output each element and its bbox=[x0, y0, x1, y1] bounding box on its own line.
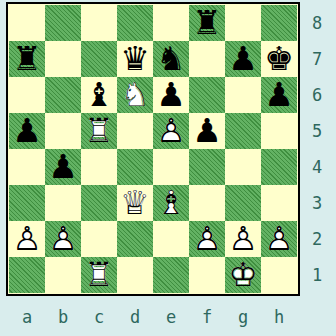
black-knight-glyph: ♞ bbox=[156, 41, 186, 77]
rank-label-6: 6 bbox=[300, 77, 334, 113]
black-rook-glyph: ♜ bbox=[12, 41, 42, 77]
white-pawn-outline: ♙ bbox=[264, 221, 294, 257]
file-label-b: b bbox=[45, 300, 81, 334]
square-c1[interactable]: ♜♖ bbox=[81, 257, 117, 293]
square-a5[interactable]: ♟ bbox=[9, 113, 45, 149]
square-f2[interactable]: ♟♙ bbox=[189, 221, 225, 257]
piece-black-knight-e7[interactable]: ♞ bbox=[153, 41, 189, 77]
square-g3[interactable] bbox=[225, 185, 261, 221]
square-a3[interactable] bbox=[9, 185, 45, 221]
piece-black-pawn-h6[interactable]: ♟ bbox=[261, 77, 297, 113]
piece-white-pawn-b2[interactable]: ♟♙ bbox=[45, 221, 81, 257]
file-label-a: a bbox=[9, 300, 45, 334]
rank-label-7: 7 bbox=[300, 41, 334, 77]
square-e4[interactable] bbox=[153, 149, 189, 185]
piece-white-queen-d3[interactable]: ♛♕ bbox=[117, 185, 153, 221]
square-e8[interactable] bbox=[153, 5, 189, 41]
piece-black-rook-f8[interactable]: ♜ bbox=[189, 5, 225, 41]
chess-board-frame: ♜♜♛♞♟♚♝♞♘♟♟♟♜♖♟♙♟♟♛♕♝♗♟♙♟♙♟♙♟♙♟♙♜♖♚♔ bbox=[6, 2, 300, 296]
piece-white-pawn-a2[interactable]: ♟♙ bbox=[9, 221, 45, 257]
rank-label-3: 3 bbox=[300, 185, 334, 221]
white-pawn-outline: ♙ bbox=[156, 113, 186, 149]
white-bishop-outline: ♗ bbox=[156, 185, 186, 221]
piece-black-king-h7[interactable]: ♚ bbox=[261, 41, 297, 77]
piece-white-pawn-h2[interactable]: ♟♙ bbox=[261, 221, 297, 257]
square-e6[interactable]: ♟ bbox=[153, 77, 189, 113]
black-pawn-glyph: ♟ bbox=[48, 149, 78, 185]
piece-black-queen-d7[interactable]: ♛ bbox=[117, 41, 153, 77]
file-label-e: e bbox=[153, 300, 189, 334]
rank-label-8: 8 bbox=[300, 5, 334, 41]
square-h1[interactable] bbox=[261, 257, 297, 293]
black-queen-glyph: ♛ bbox=[120, 41, 150, 77]
square-f7[interactable] bbox=[189, 41, 225, 77]
piece-white-pawn-g2[interactable]: ♟♙ bbox=[225, 221, 261, 257]
rank-label-4: 4 bbox=[300, 149, 334, 185]
square-h8[interactable] bbox=[261, 5, 297, 41]
white-queen-outline: ♕ bbox=[120, 185, 150, 221]
square-c7[interactable] bbox=[81, 41, 117, 77]
white-rook-outline: ♖ bbox=[84, 113, 114, 149]
white-pawn-outline: ♙ bbox=[48, 221, 78, 257]
square-d4[interactable] bbox=[117, 149, 153, 185]
square-f1[interactable] bbox=[189, 257, 225, 293]
square-b3[interactable] bbox=[45, 185, 81, 221]
file-labels: abcdefgh bbox=[9, 300, 297, 334]
square-b2[interactable]: ♟♙ bbox=[45, 221, 81, 257]
square-c4[interactable] bbox=[81, 149, 117, 185]
file-label-d: d bbox=[117, 300, 153, 334]
rank-label-1: 1 bbox=[300, 257, 334, 293]
square-g7[interactable]: ♟ bbox=[225, 41, 261, 77]
square-a1[interactable] bbox=[9, 257, 45, 293]
square-f5[interactable]: ♟ bbox=[189, 113, 225, 149]
piece-black-bishop-c6[interactable]: ♝ bbox=[81, 77, 117, 113]
square-a8[interactable] bbox=[9, 5, 45, 41]
white-knight-outline: ♘ bbox=[120, 77, 150, 113]
black-pawn-glyph: ♟ bbox=[12, 113, 42, 149]
square-d1[interactable] bbox=[117, 257, 153, 293]
square-h3[interactable] bbox=[261, 185, 297, 221]
square-h7[interactable]: ♚ bbox=[261, 41, 297, 77]
black-king-glyph: ♚ bbox=[264, 41, 294, 77]
square-a7[interactable]: ♜ bbox=[9, 41, 45, 77]
square-h2[interactable]: ♟♙ bbox=[261, 221, 297, 257]
square-c5[interactable]: ♜♖ bbox=[81, 113, 117, 149]
square-f8[interactable]: ♜ bbox=[189, 5, 225, 41]
square-b8[interactable] bbox=[45, 5, 81, 41]
rank-label-2: 2 bbox=[300, 221, 334, 257]
black-pawn-glyph: ♟ bbox=[228, 41, 258, 77]
black-rook-glyph: ♜ bbox=[192, 5, 222, 41]
square-d8[interactable] bbox=[117, 5, 153, 41]
piece-black-pawn-f5[interactable]: ♟ bbox=[189, 113, 225, 149]
square-e2[interactable] bbox=[153, 221, 189, 257]
square-d2[interactable] bbox=[117, 221, 153, 257]
piece-white-rook-c1[interactable]: ♜♖ bbox=[81, 257, 117, 293]
square-h6[interactable]: ♟ bbox=[261, 77, 297, 113]
piece-white-bishop-e3[interactable]: ♝♗ bbox=[153, 185, 189, 221]
square-a6[interactable] bbox=[9, 77, 45, 113]
rank-labels: 87654321 bbox=[300, 5, 334, 293]
square-b5[interactable] bbox=[45, 113, 81, 149]
piece-black-rook-a7[interactable]: ♜ bbox=[9, 41, 45, 77]
piece-white-knight-d6[interactable]: ♞♘ bbox=[117, 77, 153, 113]
square-g1[interactable]: ♚♔ bbox=[225, 257, 261, 293]
square-c6[interactable]: ♝ bbox=[81, 77, 117, 113]
square-c8[interactable] bbox=[81, 5, 117, 41]
square-b7[interactable] bbox=[45, 41, 81, 77]
square-g2[interactable]: ♟♙ bbox=[225, 221, 261, 257]
white-pawn-outline: ♙ bbox=[228, 221, 258, 257]
white-pawn-outline: ♙ bbox=[192, 221, 222, 257]
square-e1[interactable] bbox=[153, 257, 189, 293]
square-b4[interactable]: ♟ bbox=[45, 149, 81, 185]
piece-black-pawn-e6[interactable]: ♟ bbox=[153, 77, 189, 113]
square-g8[interactable] bbox=[225, 5, 261, 41]
square-b1[interactable] bbox=[45, 257, 81, 293]
square-h4[interactable] bbox=[261, 149, 297, 185]
square-f4[interactable] bbox=[189, 149, 225, 185]
square-g6[interactable] bbox=[225, 77, 261, 113]
square-f6[interactable] bbox=[189, 77, 225, 113]
square-d6[interactable]: ♞♘ bbox=[117, 77, 153, 113]
square-e3[interactable]: ♝♗ bbox=[153, 185, 189, 221]
square-d7[interactable]: ♛ bbox=[117, 41, 153, 77]
square-e7[interactable]: ♞ bbox=[153, 41, 189, 77]
square-g5[interactable] bbox=[225, 113, 261, 149]
square-f3[interactable] bbox=[189, 185, 225, 221]
square-d5[interactable] bbox=[117, 113, 153, 149]
square-d3[interactable]: ♛♕ bbox=[117, 185, 153, 221]
file-label-c: c bbox=[81, 300, 117, 334]
piece-black-pawn-b4[interactable]: ♟ bbox=[45, 149, 81, 185]
piece-white-king-g1[interactable]: ♚♔ bbox=[225, 257, 261, 293]
black-pawn-glyph: ♟ bbox=[264, 77, 294, 113]
square-c2[interactable] bbox=[81, 221, 117, 257]
piece-black-pawn-g7[interactable]: ♟ bbox=[225, 41, 261, 77]
piece-white-rook-c5[interactable]: ♜♖ bbox=[81, 113, 117, 149]
file-label-h: h bbox=[261, 300, 297, 334]
white-rook-outline: ♖ bbox=[84, 257, 114, 293]
white-king-outline: ♔ bbox=[228, 257, 258, 293]
square-h5[interactable] bbox=[261, 113, 297, 149]
black-pawn-glyph: ♟ bbox=[156, 77, 186, 113]
file-label-g: g bbox=[225, 300, 261, 334]
square-c3[interactable] bbox=[81, 185, 117, 221]
square-a4[interactable] bbox=[9, 149, 45, 185]
chess-board: ♜♜♛♞♟♚♝♞♘♟♟♟♜♖♟♙♟♟♛♕♝♗♟♙♟♙♟♙♟♙♟♙♜♖♚♔ bbox=[9, 5, 297, 293]
piece-black-pawn-a5[interactable]: ♟ bbox=[9, 113, 45, 149]
square-a2[interactable]: ♟♙ bbox=[9, 221, 45, 257]
white-pawn-outline: ♙ bbox=[12, 221, 42, 257]
file-label-f: f bbox=[189, 300, 225, 334]
square-g4[interactable] bbox=[225, 149, 261, 185]
black-pawn-glyph: ♟ bbox=[192, 113, 222, 149]
square-b6[interactable] bbox=[45, 77, 81, 113]
piece-white-pawn-f2[interactable]: ♟♙ bbox=[189, 221, 225, 257]
rank-label-5: 5 bbox=[300, 113, 334, 149]
piece-white-pawn-e5[interactable]: ♟♙ bbox=[153, 113, 189, 149]
square-e5[interactable]: ♟♙ bbox=[153, 113, 189, 149]
black-bishop-glyph: ♝ bbox=[84, 77, 114, 113]
